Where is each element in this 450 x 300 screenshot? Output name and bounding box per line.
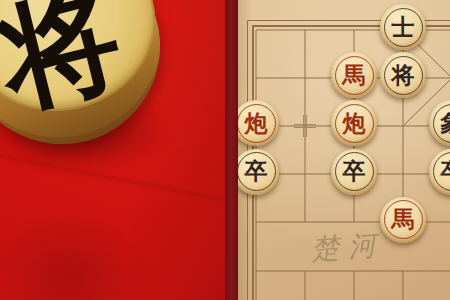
screenshot-stage: 将 楚河	[0, 0, 450, 300]
piece-glyph: 馬	[392, 208, 415, 231]
piece-glyph: 象	[441, 112, 450, 135]
piece-red-horse[interactable]: 馬	[331, 52, 377, 98]
piece-black-soldier[interactable]: 卒	[331, 149, 377, 195]
divider-strip	[225, 0, 238, 300]
piece-glyph: 卒	[441, 160, 450, 183]
piece-glyph: 卒	[245, 160, 268, 183]
xiangqi-board[interactable]: 楚河 士馬将炮炮象卒卒卒馬	[238, 0, 450, 300]
piece-glyph: 炮	[343, 112, 366, 135]
piece-black-advisor[interactable]: 士	[380, 4, 426, 50]
photo-pane: 将	[0, 0, 225, 300]
piece-red-horse[interactable]: 馬	[380, 197, 426, 243]
piece-glyph: 将	[392, 64, 415, 87]
piece-glyph: 卒	[343, 160, 366, 183]
piece-glyph: 馬	[343, 64, 366, 87]
piece-glyph: 士	[392, 16, 415, 39]
piece-black-general[interactable]: 将	[380, 52, 426, 98]
piece-glyph: 炮	[245, 112, 268, 135]
